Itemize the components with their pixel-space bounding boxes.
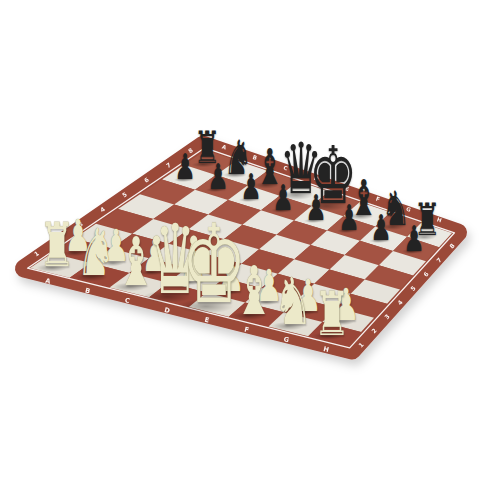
black-pawn[interactable]: ♟ xyxy=(338,200,360,236)
black-pawn[interactable]: ♟ xyxy=(370,210,392,246)
chess-set-photo: ABCDEFGHABCDEFGH1234567812345678 ♜♞♝♛♚♝♞… xyxy=(0,0,500,500)
black-pawn[interactable]: ♟ xyxy=(305,190,327,226)
black-pawn[interactable]: ♟ xyxy=(240,169,262,205)
white-rook[interactable]: ♜ xyxy=(314,283,351,344)
white-rook[interactable]: ♜ xyxy=(38,215,75,276)
black-pawn[interactable]: ♟ xyxy=(403,220,425,256)
white-knight[interactable]: ♞ xyxy=(273,270,313,335)
black-pawn[interactable]: ♟ xyxy=(272,179,294,215)
black-pawn[interactable]: ♟ xyxy=(175,149,197,185)
white-knight[interactable]: ♞ xyxy=(76,221,116,286)
white-bishop[interactable]: ♝ xyxy=(233,258,274,325)
black-pawn[interactable]: ♟ xyxy=(207,159,229,195)
